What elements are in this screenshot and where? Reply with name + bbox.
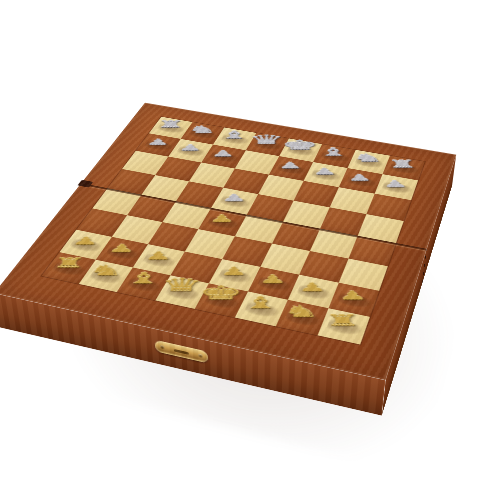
pawn-glyph: ♟ <box>199 149 247 157</box>
square-g2 <box>288 275 339 309</box>
bishop-glyph: ♝ <box>114 270 172 285</box>
square-g4 <box>310 229 358 259</box>
pawn-glyph: ♟ <box>206 266 262 277</box>
piece-shadow <box>68 238 103 253</box>
pawn-glyph: ♟ <box>369 179 421 188</box>
piece-shadow <box>164 285 201 302</box>
pawn-glyph: ♟ <box>284 281 341 293</box>
square-g3 <box>299 251 348 283</box>
queen-glyph: ♛ <box>153 276 211 294</box>
piece-shadow <box>296 284 332 301</box>
square-f3 <box>260 244 310 275</box>
piece-shadow <box>104 246 140 262</box>
knight-glyph: ♞ <box>272 303 331 319</box>
square-h4 <box>349 236 396 267</box>
pawn-glyph: ♟ <box>196 213 248 223</box>
square-f2 <box>248 267 299 300</box>
square-b3 <box>112 215 163 244</box>
pawn-glyph: ♟ <box>324 289 383 301</box>
piece-shadow <box>51 261 87 277</box>
square-b2 <box>96 237 148 268</box>
piece-shadow <box>256 276 292 293</box>
piece-shadow <box>126 277 163 294</box>
pawn-glyph: ♟ <box>245 273 301 285</box>
rook-glyph: ♜ <box>312 313 372 328</box>
square-c3 <box>148 222 198 251</box>
pawn-glyph: ♟ <box>94 243 150 254</box>
square-h2 <box>329 283 380 317</box>
piece-shadow <box>88 269 125 286</box>
pawn-glyph: ♟ <box>208 193 259 203</box>
rook-glyph: ♜ <box>40 256 98 269</box>
square-c1 <box>117 267 171 300</box>
king-glyph: ♚ <box>192 283 249 302</box>
square-h5 <box>358 214 404 243</box>
piece-shadow <box>203 293 240 311</box>
piece-shadow <box>336 292 372 310</box>
knight-glyph: ♞ <box>77 263 135 278</box>
photo-stage: ♜♞♝♛♚♝♞♜♟♟♟♟♟♟♟♟♟♟♟♟♟♟♟♟♜♞♝♛♚♝♞♜ <box>0 0 480 480</box>
piece-shadow <box>243 301 280 319</box>
square-d1 <box>155 275 209 309</box>
bishop-glyph: ♝ <box>232 295 290 311</box>
square-f1 <box>235 291 288 326</box>
pieces-layer: ♜♞♝♛♚♝♞♜♟♟♟♟♟♟♟♟♟♟♟♟♟♟♟♟♜♞♝♛♚♝♞♜ <box>145 103 456 155</box>
brass-clasp <box>155 340 209 364</box>
square-d3 <box>185 229 235 259</box>
piece-shadow <box>141 253 177 269</box>
pawn-glyph: ♟ <box>58 236 114 247</box>
square-f4 <box>272 222 320 251</box>
square-d2 <box>171 252 223 284</box>
square-c2 <box>133 244 185 275</box>
piece-shadow <box>326 318 364 337</box>
square-a1 <box>42 252 96 284</box>
square-g1 <box>276 300 329 336</box>
folding-chess-case: ♜♞♝♛♚♝♞♜♟♟♟♟♟♟♟♟♟♟♟♟♟♟♟♟♜♞♝♛♚♝♞♜ <box>0 103 456 380</box>
square-e1 <box>195 283 248 317</box>
clasp-slot <box>174 349 189 355</box>
rook-glyph: ♜ <box>377 159 428 170</box>
piece-shadow <box>217 268 253 285</box>
square-e2 <box>209 259 260 291</box>
square-b1 <box>79 260 133 292</box>
square-h1 <box>318 308 370 344</box>
square-e3 <box>222 236 272 267</box>
piece-shadow <box>284 310 321 328</box>
pawn-glyph: ♟ <box>130 250 186 261</box>
square-h3 <box>339 259 388 291</box>
